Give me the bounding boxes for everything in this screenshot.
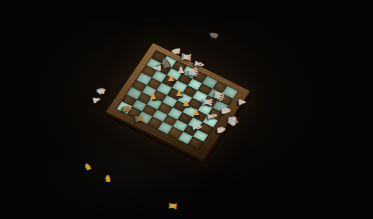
chess-piece-knight-fallen: ♞ — [207, 28, 222, 42]
chess-piece-knight: ♞ — [103, 174, 113, 184]
chess-photo-scene: ♞♟♞♜♝♛♟♟♞♟♞♜♟♟♟♟♜♛♝♞♚♟♝♞♞♞♞♜ — [0, 0, 373, 219]
board-squares — [117, 51, 238, 149]
chess-board — [106, 43, 250, 160]
chess-piece-rook-fallen: ♜ — [167, 201, 178, 211]
chess-piece-knight-fallen: ♞ — [94, 84, 108, 97]
chess-piece-pawn-fallen: ♟ — [91, 95, 102, 105]
chess-piece-knight: ♞ — [83, 162, 93, 173]
